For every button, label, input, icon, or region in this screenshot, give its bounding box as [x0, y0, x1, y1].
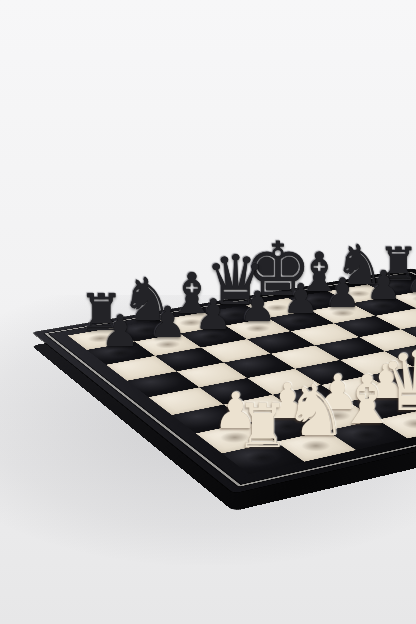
scene: ♜♞♝♛♚♝♞♜♟♟♟♟♟♟♟♟♟♟♟♟♟♟♟♟♜♞♝♛♚♝♞♜: [0, 0, 416, 624]
